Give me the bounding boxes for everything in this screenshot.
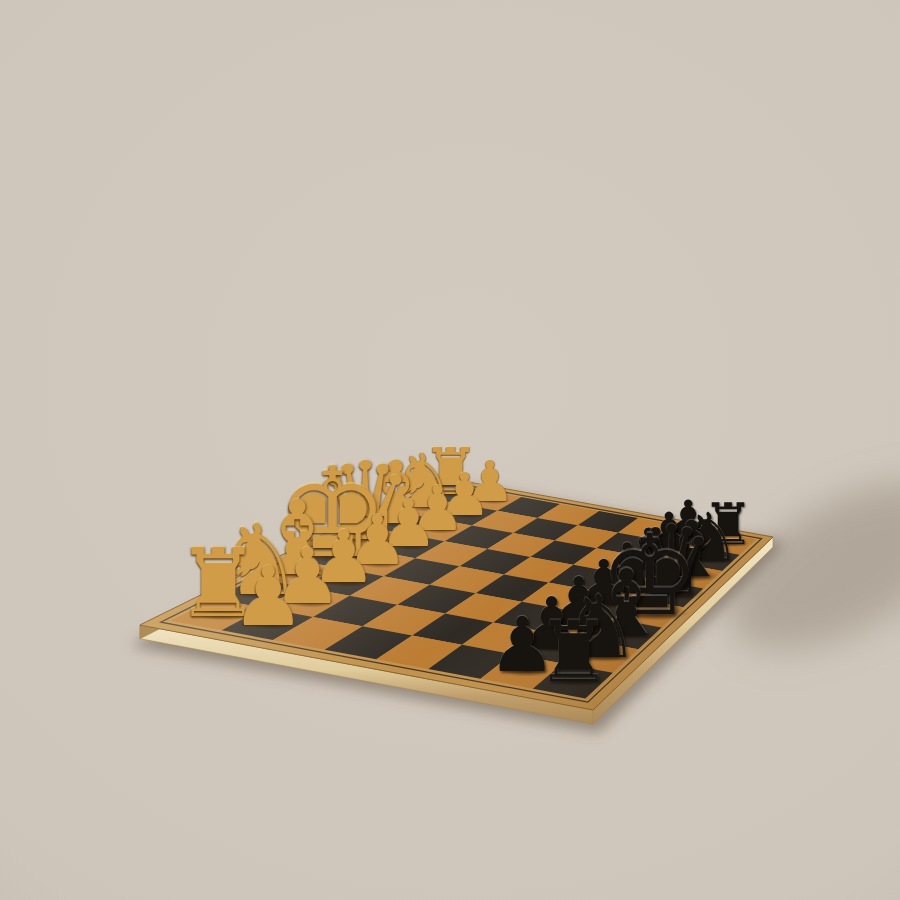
chess-board bbox=[0, 0, 900, 900]
photo-scene: ♜♟♞♟♝♟♟♛♜♟♟♚♞♟♟♝♝♟♟♞♛♟♟♚♜♟♟♝♟♞♟♜ bbox=[0, 0, 900, 900]
board-sheen bbox=[140, 477, 773, 710]
